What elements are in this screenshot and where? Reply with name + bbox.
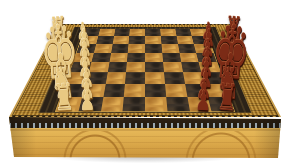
board-square (107, 62, 127, 72)
board-square (145, 84, 166, 97)
board-square (145, 73, 165, 85)
board-square (82, 84, 105, 97)
board-square (96, 36, 114, 44)
board-square (85, 73, 107, 85)
board-square (196, 53, 216, 62)
board-square (199, 62, 221, 72)
board-square (201, 73, 224, 85)
board-square (145, 53, 163, 62)
board-square (145, 44, 162, 53)
board-square (190, 29, 208, 36)
board-square (128, 44, 145, 53)
board-square (100, 97, 124, 111)
board-square (145, 62, 164, 72)
board-frame-edge (9, 24, 281, 117)
board-square (109, 53, 128, 62)
board-square (145, 36, 161, 44)
board-square (165, 84, 187, 97)
board-square (103, 84, 125, 97)
board-square (161, 44, 179, 53)
board-square (98, 29, 115, 36)
board-square (166, 97, 190, 111)
board-square (145, 97, 167, 111)
chess-set-photo: ♜♞♝♛♚♝♞♜♟♟♟♟♟♟♟♟♟♟♟♟♟♟♟♟♜♞♝♛♚♝♞♜ (0, 0, 290, 167)
board-frame-gold-band (12, 25, 279, 116)
board-square (111, 44, 129, 53)
board-square (129, 36, 145, 44)
box-side-map-face (9, 116, 281, 160)
board-square (123, 97, 145, 111)
board-square (105, 73, 126, 85)
board-square (125, 73, 145, 85)
board-square (129, 29, 145, 36)
board-square (194, 44, 213, 53)
board-square (126, 62, 145, 72)
board-square (145, 29, 161, 36)
board-square (163, 62, 183, 72)
board-square (162, 53, 181, 62)
board-square (164, 73, 185, 85)
board-square (91, 53, 111, 62)
board-grid (55, 29, 235, 112)
board-square (192, 36, 210, 44)
board-square (114, 29, 130, 36)
board-square (161, 36, 178, 44)
board-square (127, 53, 145, 62)
board-square (89, 62, 110, 72)
board-frame-dark-band (38, 27, 253, 113)
board-square (78, 97, 103, 111)
chess-board (9, 24, 281, 117)
board-square (205, 84, 229, 97)
board-square (124, 84, 145, 97)
board-square (208, 97, 234, 111)
board-square (160, 29, 176, 36)
board-square (112, 36, 129, 44)
board-square (94, 44, 113, 53)
